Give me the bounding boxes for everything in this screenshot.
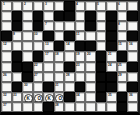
black-cell — [64, 31, 75, 41]
grid-cell[interactable] — [22, 31, 33, 41]
grid-cell[interactable]: 22 — [33, 62, 44, 72]
black-cell — [127, 82, 138, 92]
grid-cell[interactable]: O — [54, 92, 65, 102]
grid-cell[interactable] — [22, 102, 33, 112]
grid-cell[interactable] — [85, 62, 96, 72]
grid-cell[interactable] — [85, 92, 96, 102]
grid-cell[interactable]: 33 — [12, 92, 23, 102]
clue-number: 5 — [97, 2, 99, 5]
grid-cell[interactable]: 35 — [106, 92, 117, 102]
black-cell — [75, 41, 86, 51]
grid-cell[interactable]: 32 — [1, 92, 12, 102]
grid-cell[interactable] — [85, 82, 96, 92]
black-cell — [43, 31, 54, 41]
grid-cell[interactable] — [75, 72, 86, 82]
black-cell — [33, 51, 44, 61]
grid-cell[interactable] — [75, 102, 86, 112]
grid-cell[interactable] — [96, 41, 107, 51]
clue-number: 3 — [45, 2, 47, 5]
grid-cell[interactable] — [1, 62, 12, 72]
grid-cell[interactable]: 7 — [43, 21, 54, 31]
black-cell — [96, 62, 107, 72]
clue-number: 30 — [24, 83, 28, 86]
grid-cell[interactable] — [33, 102, 44, 112]
grid-cell[interactable] — [117, 31, 128, 41]
grid-cell[interactable] — [33, 82, 44, 92]
clue-number: 20 — [87, 52, 91, 55]
clue-number: 8 — [118, 22, 120, 25]
grid-cell[interactable] — [64, 82, 75, 92]
black-cell — [33, 21, 44, 31]
clue-number: 18 — [55, 52, 59, 55]
grid-cell[interactable]: 1 — [1, 1, 12, 11]
grid-cell[interactable] — [64, 102, 75, 112]
grid-cell[interactable] — [1, 21, 12, 31]
letter-glyph: K — [48, 96, 51, 101]
grid-cell[interactable] — [96, 31, 107, 41]
grid-cell[interactable] — [33, 41, 44, 51]
grid-cell[interactable] — [85, 1, 96, 11]
grid-cell[interactable]: 3 — [43, 1, 54, 11]
grid-cell[interactable] — [12, 72, 23, 82]
black-cell — [12, 21, 23, 31]
black-cell — [1, 31, 12, 41]
grid-cell[interactable]: 27 — [33, 72, 44, 82]
grid-cell[interactable]: O — [33, 92, 44, 102]
grid-cell[interactable]: 36 — [127, 92, 138, 102]
grid-cell[interactable] — [12, 1, 23, 11]
grid-cell[interactable] — [43, 72, 54, 82]
grid-cell[interactable]: 13 — [43, 41, 54, 51]
clue-number: 34 — [76, 93, 80, 96]
grid-cell[interactable]: 26 — [1, 72, 12, 82]
grid-cell[interactable] — [43, 62, 54, 72]
grid-cell[interactable] — [54, 62, 65, 72]
clue-number: 31 — [55, 83, 59, 86]
letter-glyph: K — [27, 96, 30, 101]
grid-cell[interactable] — [127, 102, 138, 112]
black-cell — [85, 11, 96, 21]
grid-cell[interactable]: 28 — [64, 72, 75, 82]
black-cell — [43, 82, 54, 92]
grid-cell[interactable] — [64, 51, 75, 61]
black-cell — [64, 11, 75, 21]
grid-cell[interactable] — [54, 72, 65, 82]
grid-cell[interactable] — [85, 102, 96, 112]
grid-cell[interactable] — [64, 21, 75, 31]
grid-cell[interactable] — [22, 41, 33, 51]
black-cell — [106, 31, 117, 41]
clue-number: 27 — [34, 73, 38, 76]
grid-cell[interactable]: 11 — [75, 31, 86, 41]
grid-cell[interactable]: 2 — [22, 1, 33, 11]
grid-cell[interactable] — [22, 11, 33, 21]
clue-number: 25 — [118, 63, 122, 66]
grid-cell[interactable]: 31 — [54, 82, 65, 92]
black-cell — [117, 92, 128, 102]
clue-number: 11 — [76, 32, 79, 35]
clue-number: 29 — [118, 73, 122, 76]
grid-cell[interactable]: 12 — [1, 41, 12, 51]
grid-cell[interactable] — [54, 1, 65, 11]
clue-number: 2 — [24, 2, 26, 5]
grid-cell[interactable]: 5 — [96, 1, 107, 11]
grid-cell[interactable] — [22, 51, 33, 61]
grid-cell[interactable] — [117, 82, 128, 92]
black-cell — [85, 41, 96, 51]
clue-number: 37 — [3, 103, 7, 106]
grid-cell[interactable]: 8 — [117, 21, 128, 31]
grid-cell[interactable] — [96, 11, 107, 21]
grid-cell[interactable]: 18 — [54, 51, 65, 61]
grid-cell[interactable]: 20 — [85, 51, 96, 61]
grid-cell[interactable]: 6 — [117, 1, 128, 11]
grid-cell[interactable] — [96, 102, 107, 112]
clue-number: 17 — [45, 52, 49, 55]
clue-number: 13 — [45, 42, 49, 45]
crossword-grid: 1234567891011121314151617181920212223242… — [0, 0, 140, 115]
clue-number: 12 — [3, 42, 7, 45]
black-cell — [43, 102, 54, 112]
letter-glyph: O — [37, 96, 41, 101]
black-cell — [127, 62, 138, 72]
letter-glyph: O — [58, 96, 62, 101]
black-cell — [12, 51, 23, 61]
clue-number: 16 — [129, 42, 133, 45]
black-cell — [106, 41, 117, 51]
clue-number: 14 — [66, 42, 70, 45]
black-cell — [64, 1, 75, 11]
grid-cell[interactable] — [75, 11, 86, 21]
clue-number: 24 — [108, 63, 112, 66]
black-cell — [96, 92, 107, 102]
grid-cell[interactable]: 34 — [75, 92, 86, 102]
grid-cell[interactable]: 23 — [75, 62, 86, 72]
grid-cell[interactable]: 25 — [117, 62, 128, 72]
clue-number: 6 — [118, 2, 120, 5]
black-cell — [22, 62, 33, 72]
black-cell — [64, 62, 75, 72]
grid-cell[interactable] — [33, 1, 44, 11]
black-cell — [106, 21, 117, 31]
grid-cell[interactable] — [106, 102, 117, 112]
black-cell — [85, 21, 96, 31]
black-cell — [22, 72, 33, 82]
clue-number: 21 — [108, 52, 112, 55]
grid-cell[interactable] — [12, 102, 23, 112]
grid-cell[interactable]: 19 — [75, 51, 86, 61]
grid-cell[interactable]: 29 — [117, 72, 128, 82]
grid-cell[interactable] — [85, 72, 96, 82]
clue-number: 36 — [129, 93, 133, 96]
black-cell — [106, 72, 117, 82]
grid-cell[interactable] — [54, 21, 65, 31]
grid-cell[interactable]: 4 — [75, 1, 86, 11]
grid-cell[interactable] — [96, 21, 107, 31]
grid-cell[interactable] — [22, 21, 33, 31]
clue-number: 1 — [3, 2, 5, 5]
clue-number: 9 — [13, 32, 15, 35]
black-cell — [127, 11, 138, 21]
grid-cell[interactable]: 15 — [117, 41, 128, 51]
clue-number: 4 — [76, 2, 78, 5]
clue-number: 10 — [34, 32, 38, 35]
clue-number: 38 — [55, 103, 59, 106]
grid-cell[interactable] — [127, 1, 138, 11]
clue-number: 22 — [34, 63, 38, 66]
grid-cell[interactable] — [75, 21, 86, 31]
grid-cell[interactable] — [106, 1, 117, 11]
grid-cell[interactable] — [1, 51, 12, 61]
black-cell — [75, 82, 86, 92]
black-cell — [117, 51, 128, 61]
grid-cell[interactable] — [117, 11, 128, 21]
grid-cell[interactable]: 21 — [106, 51, 117, 61]
black-cell — [96, 51, 107, 61]
grid-cell[interactable]: 30 — [22, 82, 33, 92]
grid-cell[interactable] — [43, 11, 54, 21]
clue-number: 26 — [3, 73, 7, 76]
grid-cell[interactable] — [127, 21, 138, 31]
grid-cell[interactable] — [85, 31, 96, 41]
black-cell — [54, 41, 65, 51]
black-cell — [12, 11, 23, 21]
black-cell — [106, 11, 117, 21]
grid-cell[interactable]: 37 — [1, 102, 12, 112]
black-cell — [12, 82, 23, 92]
black-cell — [64, 92, 75, 102]
grid-cell[interactable]: K — [22, 92, 33, 102]
clue-number: 33 — [13, 93, 17, 96]
clue-number: 28 — [66, 73, 70, 76]
grid-cell[interactable] — [127, 72, 138, 82]
black-cell — [33, 11, 44, 21]
black-cell — [127, 31, 138, 41]
clue-number: 15 — [118, 42, 122, 45]
black-cell — [54, 11, 65, 21]
grid-cell[interactable]: 10 — [33, 31, 44, 41]
black-cell — [96, 82, 107, 92]
grid-cell[interactable] — [12, 41, 23, 51]
grid-cell[interactable]: 9 — [12, 31, 23, 41]
grid-cell[interactable] — [1, 11, 12, 21]
grid-cell[interactable]: 14 — [64, 41, 75, 51]
grid-cell[interactable]: 38 — [54, 102, 65, 112]
black-cell — [12, 62, 23, 72]
grid-cell[interactable]: 16 — [127, 41, 138, 51]
clue-number: 35 — [108, 93, 112, 96]
grid-cell[interactable] — [54, 31, 65, 41]
clue-number: 23 — [76, 63, 80, 66]
clue-number: 19 — [76, 52, 80, 55]
black-cell — [96, 72, 107, 82]
grid-cell[interactable]: K — [43, 92, 54, 102]
grid-cell[interactable]: 24 — [106, 62, 117, 72]
grid-cell[interactable] — [127, 51, 138, 61]
grid-cell[interactable] — [1, 82, 12, 92]
clue-number: 7 — [45, 22, 47, 25]
black-cell — [117, 102, 128, 112]
grid-cell[interactable]: 17 — [43, 51, 54, 61]
black-cell — [106, 82, 117, 92]
clue-number: 32 — [3, 93, 7, 96]
